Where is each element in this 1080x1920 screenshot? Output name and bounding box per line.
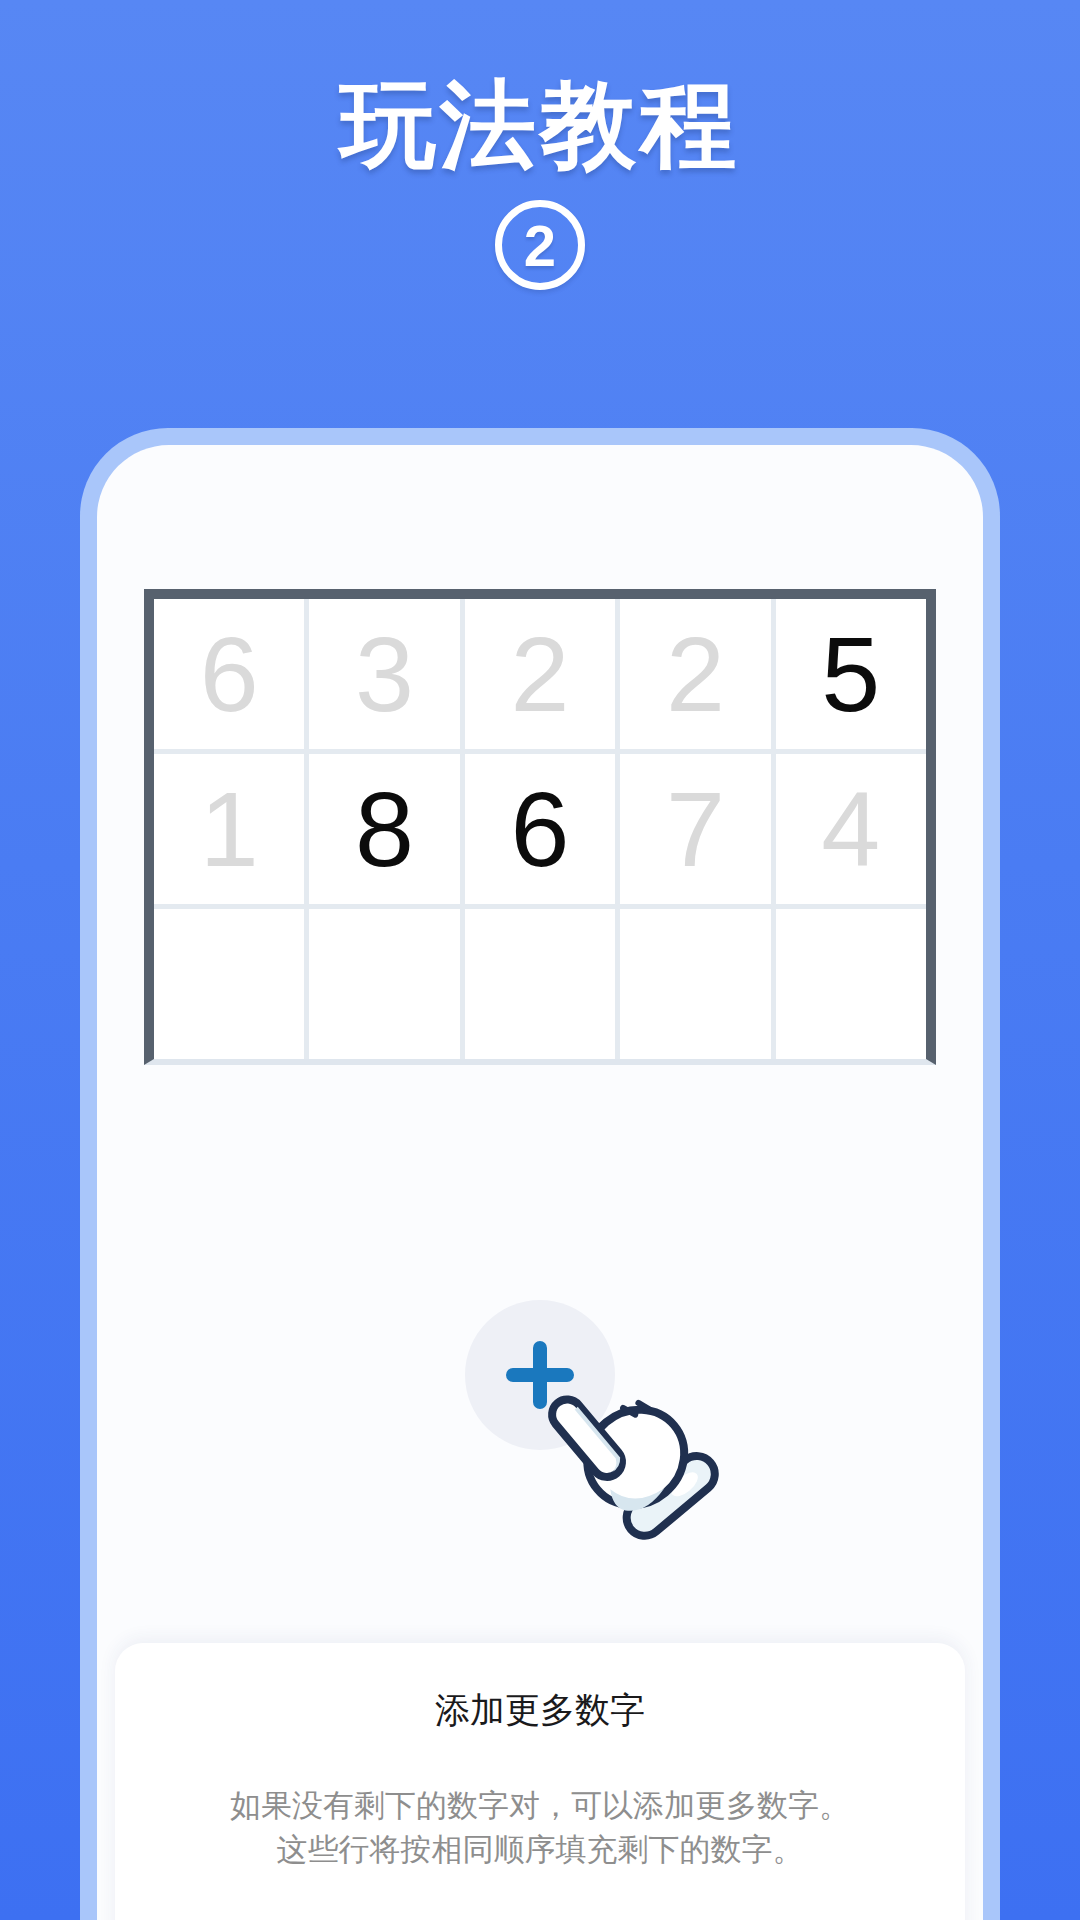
grid-cell[interactable]: 2	[620, 599, 770, 749]
grid-cell[interactable]: 1	[154, 754, 304, 904]
grid-cell	[620, 909, 770, 1059]
grid-cell	[465, 909, 615, 1059]
grid-cell[interactable]: 6	[465, 754, 615, 904]
grid-cell[interactable]: 3	[309, 599, 459, 749]
step-number: 2	[524, 212, 556, 279]
page-title: 玩法教程	[0, 62, 1080, 192]
grid-cell[interactable]: 8	[309, 754, 459, 904]
grid-cell	[776, 909, 926, 1059]
grid-cell[interactable]: 4	[776, 754, 926, 904]
grid-cell[interactable]: 7	[620, 754, 770, 904]
sheet-body-line1: 如果没有剩下的数字对，可以添加更多数字。	[115, 1784, 965, 1828]
grid-cell[interactable]: 2	[465, 599, 615, 749]
grid-cell	[309, 909, 459, 1059]
grid-cell[interactable]: 5	[776, 599, 926, 749]
number-grid-frame: 6322518674	[144, 589, 936, 1065]
sheet-title: 添加更多数字	[115, 1687, 965, 1734]
number-grid: 6322518674	[154, 599, 926, 1059]
grid-cell	[154, 909, 304, 1059]
sheet-body: 如果没有剩下的数字对，可以添加更多数字。 这些行将按相同顺序填充剩下的数字。	[115, 1784, 965, 1872]
plus-icon	[506, 1341, 574, 1409]
add-numbers-button[interactable]	[465, 1300, 615, 1450]
sheet-body-line2: 这些行将按相同顺序填充剩下的数字。	[115, 1828, 965, 1872]
step-badge: 2	[495, 200, 585, 290]
grid-cell[interactable]: 6	[154, 599, 304, 749]
explanation-sheet: 添加更多数字 如果没有剩下的数字对，可以添加更多数字。 这些行将按相同顺序填充剩…	[115, 1643, 965, 1920]
